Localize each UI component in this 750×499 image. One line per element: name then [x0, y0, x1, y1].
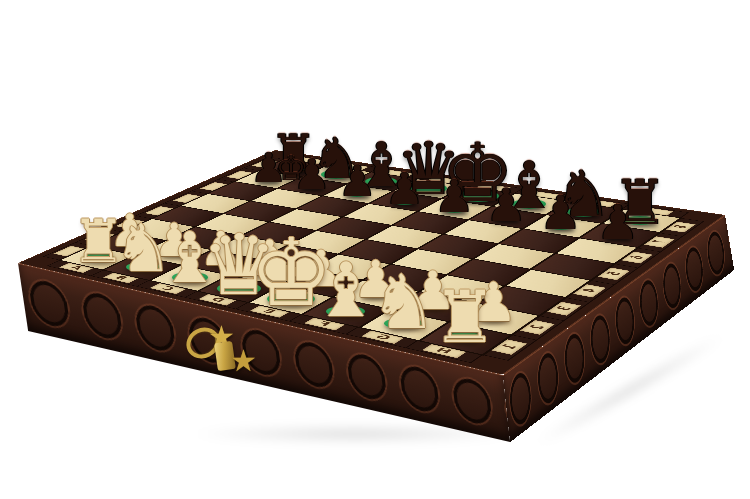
brass-latch: ★ ★ — [186, 326, 266, 386]
product-photo-stage: ABCDEFGH 12345678 ★ ★ ♜♞♝♛♚♝♞♜♟♟♟♟♟♟♟♟♟♟… — [0, 0, 750, 499]
rook-glyph: ♜ — [395, 281, 535, 353]
piece-black-pawn-h7[interactable]: ♟ — [548, 187, 688, 235]
piece-white-rook-h1[interactable]: ♜ — [395, 265, 535, 337]
latch-star-icon: ★ — [230, 346, 257, 376]
pawn-glyph: ♟ — [548, 198, 688, 246]
